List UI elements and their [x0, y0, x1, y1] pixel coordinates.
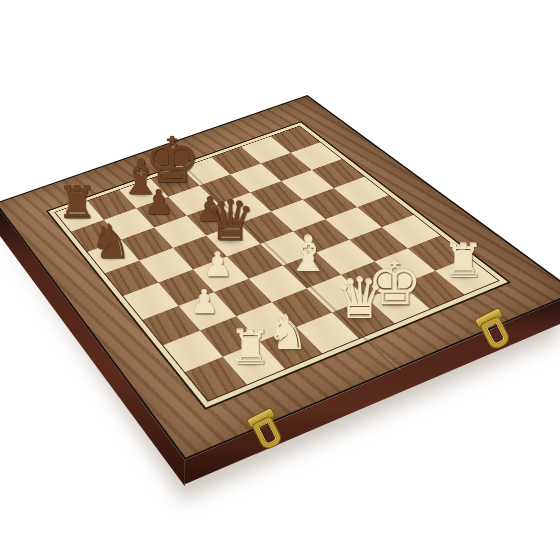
brass-latch-1	[246, 407, 291, 456]
brass-latch-2	[474, 307, 519, 356]
chess-set-photo: ♜♝♚♟♞♟♛♟♟♝♜♞♛♚♜	[0, 0, 560, 560]
latches-layer	[0, 0, 560, 560]
